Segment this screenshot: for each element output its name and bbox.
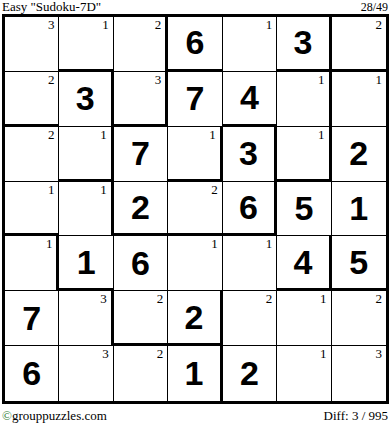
cell-r3-c7: 2 xyxy=(332,127,386,182)
given-digit: 7 xyxy=(168,72,221,126)
candidate-mark: 3 xyxy=(48,17,55,32)
difficulty-label: Diff: 3 / 995 xyxy=(324,408,388,424)
cell-r2-c3: 3 xyxy=(114,72,168,127)
candidate-mark: 2 xyxy=(211,182,218,197)
cell-r3-c5: 3 xyxy=(223,127,277,182)
candidate-mark: 1 xyxy=(48,182,55,197)
cell-r3-c4: 1 xyxy=(168,127,222,182)
cell-r1-c3: 2 xyxy=(114,17,168,72)
given-digit: 2 xyxy=(223,346,276,401)
given-digit: 4 xyxy=(223,72,276,124)
cell-r5-c3: 6 xyxy=(114,236,168,291)
cell-r3-c3: 7 xyxy=(114,127,168,182)
sudoku-board: 3126132233741121713121122651116114573222… xyxy=(2,14,389,404)
cell-r6-c5: 2 xyxy=(223,291,277,346)
cell-r6-c6: 1 xyxy=(277,291,331,346)
candidate-mark: 2 xyxy=(375,17,382,32)
given-digit: 1 xyxy=(59,236,112,288)
cell-r5-c2: 1 xyxy=(59,236,113,291)
cell-r5-c7: 5 xyxy=(332,236,386,291)
cell-r4-c2: 1 xyxy=(59,182,113,237)
candidate-mark: 2 xyxy=(266,291,273,306)
cell-r3-c1: 2 xyxy=(5,127,59,182)
cell-r4-c5: 6 xyxy=(223,182,277,237)
cell-r4-c4: 2 xyxy=(168,182,222,237)
cell-r1-c6: 3 xyxy=(277,17,331,72)
cell-r5-c5: 1 xyxy=(223,236,277,291)
cell-r7-c7: 3 xyxy=(332,346,386,401)
candidate-mark: 2 xyxy=(375,291,382,306)
given-digit: 5 xyxy=(277,182,330,236)
given-digit: 4 xyxy=(277,236,328,288)
cell-r2-c5: 4 xyxy=(223,72,277,127)
candidate-mark: 3 xyxy=(375,346,382,361)
candidate-mark: 2 xyxy=(48,127,55,142)
candidate-mark: 3 xyxy=(155,72,162,87)
copyright-icon: © xyxy=(2,408,12,423)
footer: ©grouppuzzles.com Diff: 3 / 995 xyxy=(0,406,391,426)
given-digit: 7 xyxy=(114,127,167,181)
given-digit: 1 xyxy=(168,346,219,401)
puzzle-counter: 28/49 xyxy=(361,0,388,14)
cell-r6-c2: 3 xyxy=(59,291,113,346)
candidate-mark: 1 xyxy=(320,346,327,361)
cell-r2-c1: 2 xyxy=(5,72,59,127)
cell-r4-c7: 1 xyxy=(332,182,386,237)
candidate-mark: 3 xyxy=(102,346,109,361)
copyright-notice: ©grouppuzzles.com xyxy=(2,408,107,424)
cell-r6-c4: 2 xyxy=(168,291,222,346)
given-digit: 7 xyxy=(5,291,58,345)
cell-r2-c2: 3 xyxy=(59,72,113,127)
candidate-mark: 3 xyxy=(100,291,107,306)
cell-r2-c7: 1 xyxy=(332,72,386,127)
candidate-mark: 1 xyxy=(100,127,107,142)
candidate-mark: 2 xyxy=(48,72,55,87)
cell-r7-c3: 2 xyxy=(114,346,168,401)
cell-r5-c1: 1 xyxy=(5,236,59,291)
candidate-mark: 1 xyxy=(46,236,53,251)
cell-r6-c7: 2 xyxy=(332,291,386,346)
candidate-mark: 1 xyxy=(318,72,325,87)
cell-r7-c1: 6 xyxy=(5,346,59,401)
given-digit: 6 xyxy=(114,236,167,290)
cell-r4-c3: 2 xyxy=(114,182,168,237)
given-digit: 2 xyxy=(332,127,386,181)
given-digit: 2 xyxy=(168,291,219,343)
candidate-mark: 1 xyxy=(375,72,382,87)
cell-r1-c1: 3 xyxy=(5,17,59,72)
title-bar: Easy "Sudoku-7D" 28/49 xyxy=(0,0,391,14)
cell-r3-c6: 1 xyxy=(277,127,331,182)
given-digit: 3 xyxy=(277,17,328,69)
candidate-mark: 1 xyxy=(320,291,327,306)
candidate-mark: 1 xyxy=(266,236,273,251)
candidate-mark: 1 xyxy=(318,127,325,142)
given-digit: 6 xyxy=(223,182,274,234)
cell-r4-c6: 5 xyxy=(277,182,331,237)
candidate-mark: 1 xyxy=(209,127,216,142)
given-digit: 3 xyxy=(59,72,110,126)
candidate-mark: 1 xyxy=(211,236,218,251)
cell-r1-c5: 1 xyxy=(223,17,277,72)
cell-r3-c2: 1 xyxy=(59,127,113,182)
cell-r2-c6: 1 xyxy=(277,72,331,127)
cell-r5-c4: 1 xyxy=(168,236,222,291)
given-digit: 2 xyxy=(114,182,167,234)
cell-r1-c4: 6 xyxy=(168,17,222,72)
candidate-mark: 1 xyxy=(102,17,109,32)
given-digit: 3 xyxy=(223,127,274,181)
cell-r2-c4: 7 xyxy=(168,72,222,127)
given-digit: 1 xyxy=(332,182,386,236)
cell-r5-c6: 4 xyxy=(277,236,331,291)
puzzle-title: Easy "Sudoku-7D" xyxy=(2,0,101,14)
given-digit: 6 xyxy=(5,346,58,401)
candidate-mark: 1 xyxy=(266,17,273,32)
given-digit: 5 xyxy=(332,236,386,288)
candidate-mark: 2 xyxy=(157,346,164,361)
cell-r1-c2: 1 xyxy=(59,17,113,72)
cell-r7-c5: 2 xyxy=(223,346,277,401)
cell-r6-c1: 7 xyxy=(5,291,59,346)
candidate-mark: 2 xyxy=(157,291,164,306)
cell-r7-c4: 1 xyxy=(168,346,222,401)
copyright-text: grouppuzzles.com xyxy=(12,408,107,423)
given-digit: 6 xyxy=(168,17,221,69)
cell-r6-c3: 2 xyxy=(114,291,168,346)
cell-r7-c2: 3 xyxy=(59,346,113,401)
cell-r1-c7: 2 xyxy=(332,17,386,72)
candidate-mark: 2 xyxy=(155,17,162,32)
cell-r4-c1: 1 xyxy=(5,182,59,237)
cell-r7-c6: 1 xyxy=(277,346,331,401)
candidate-mark: 1 xyxy=(100,182,107,197)
